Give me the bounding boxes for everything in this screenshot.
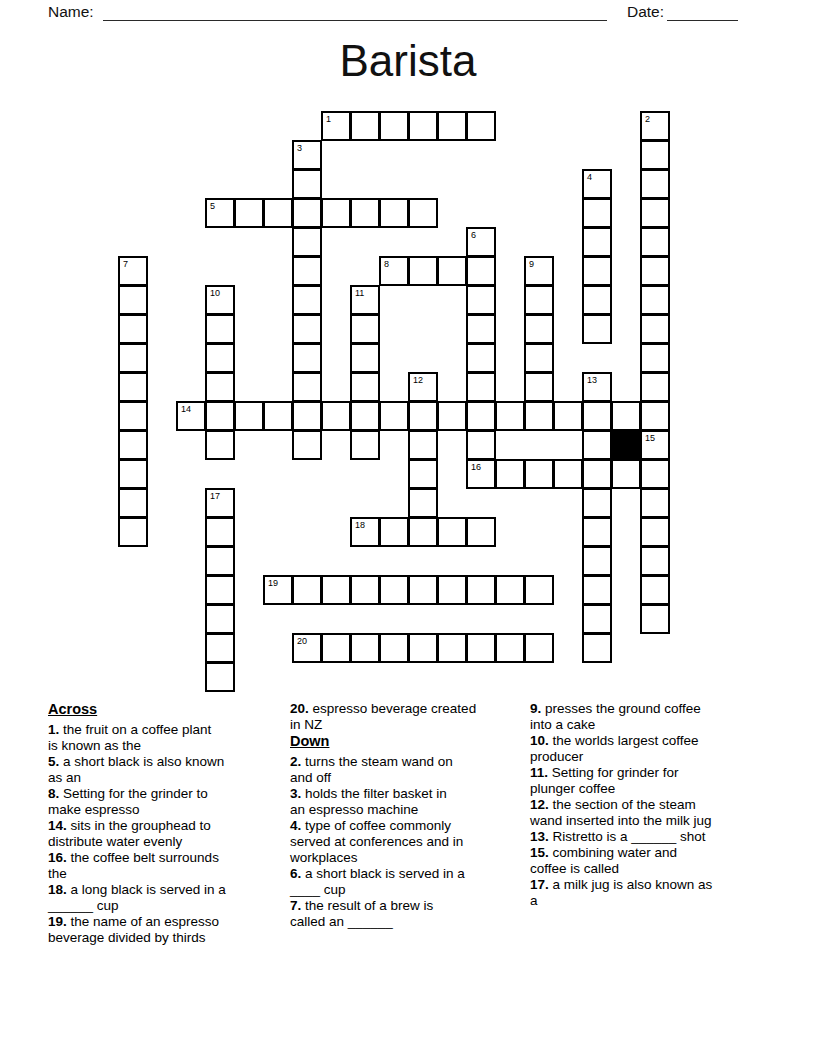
clue-text: Ristretto is a ______ shot xyxy=(549,829,706,844)
cell-r12c12[interactable]: 16 xyxy=(466,459,496,489)
clue-text: Setting for the grinder to make espresso xyxy=(48,786,208,817)
clue-text: the coffee belt surrounds the xyxy=(48,850,219,881)
clue-text: the name of an espresso beverage divided… xyxy=(48,914,219,945)
cell-number-10: 10 xyxy=(210,288,220,298)
cell-r18c12[interactable] xyxy=(466,633,496,663)
cell-r10c15[interactable] xyxy=(553,401,583,431)
cell-number-8: 8 xyxy=(384,259,389,269)
cell-number-3: 3 xyxy=(297,143,302,153)
cell-r12c17[interactable] xyxy=(611,459,641,489)
cell-r10c18[interactable] xyxy=(640,401,670,431)
cell-r14c10[interactable] xyxy=(408,517,438,547)
cell-r18c9[interactable] xyxy=(379,633,409,663)
cell-r3c3[interactable]: 5 xyxy=(205,198,235,228)
cell-r10c10[interactable] xyxy=(408,401,438,431)
across-heading: Across xyxy=(48,701,286,717)
cell-r5c10[interactable] xyxy=(408,256,438,286)
cell-number-13: 13 xyxy=(587,375,597,385)
cell-r18c11[interactable] xyxy=(437,633,467,663)
clue-text: a short black is also known as an xyxy=(48,754,224,785)
cell-number-15: 15 xyxy=(645,433,655,443)
cell-r11c6[interactable] xyxy=(292,430,322,460)
clue-number: 6. xyxy=(290,866,301,881)
clues-column-2: 20. espresso beverage created in NZDown2… xyxy=(290,701,528,930)
cell-r11c18[interactable]: 15 xyxy=(640,430,670,460)
cell-r14c3[interactable] xyxy=(205,517,235,547)
cell-r18c16[interactable] xyxy=(582,633,612,663)
cell-r9c0[interactable] xyxy=(118,372,148,402)
cell-r10c0[interactable] xyxy=(118,401,148,431)
clue-text: a milk jug is also known as a xyxy=(530,877,712,908)
cell-r0c8[interactable] xyxy=(350,111,380,141)
clues-column-3: 9. presses the ground coffee into a cake… xyxy=(530,701,768,909)
clue-down-11: 11. Setting for grinder for plunger coff… xyxy=(530,765,768,797)
cell-r12c0[interactable] xyxy=(118,459,148,489)
clue-down-17: 17. a milk jug is also known as a xyxy=(530,877,768,909)
cell-r10c8[interactable] xyxy=(350,401,380,431)
cell-number-16: 16 xyxy=(471,462,481,472)
cell-r14c0[interactable] xyxy=(118,517,148,547)
cell-number-14: 14 xyxy=(181,404,191,414)
cell-number-9: 9 xyxy=(529,259,534,269)
cell-r5c6[interactable] xyxy=(292,256,322,286)
crossword-worksheet: { "game": "crossword", "title": "Barista… xyxy=(0,0,816,1056)
cell-r2c18[interactable] xyxy=(640,169,670,199)
cell-r10c13[interactable] xyxy=(495,401,525,431)
date-blank-line[interactable] xyxy=(667,20,738,21)
cell-r4c12[interactable]: 6 xyxy=(466,227,496,257)
cell-r5c0[interactable]: 7 xyxy=(118,256,148,286)
clue-number: 11. xyxy=(530,765,548,780)
cell-r16c5[interactable]: 19 xyxy=(263,575,293,605)
clue-number: 7. xyxy=(290,898,301,913)
clue-text: turns the steam wand on and off xyxy=(290,754,453,785)
clue-number: 10. xyxy=(530,733,549,748)
clue-number: 8. xyxy=(48,786,59,801)
cell-r13c3[interactable]: 17 xyxy=(205,488,235,518)
cell-r7c16[interactable] xyxy=(582,314,612,344)
clue-text: type of coffee commonly served at confer… xyxy=(290,818,463,865)
cell-r10c16[interactable] xyxy=(582,401,612,431)
cell-r4c18[interactable] xyxy=(640,227,670,257)
cell-r3c10[interactable] xyxy=(408,198,438,228)
cell-r12c18[interactable] xyxy=(640,459,670,489)
cell-r15c16[interactable] xyxy=(582,546,612,576)
cell-r0c7[interactable]: 1 xyxy=(321,111,351,141)
cell-r13c0[interactable] xyxy=(118,488,148,518)
cell-r8c12[interactable] xyxy=(466,343,496,373)
date-label: Date: xyxy=(627,3,664,21)
cell-r11c3[interactable] xyxy=(205,430,235,460)
cell-r9c14[interactable] xyxy=(524,372,554,402)
cell-r14c16[interactable] xyxy=(582,517,612,547)
cell-number-6: 6 xyxy=(471,230,476,240)
cell-r13c18[interactable] xyxy=(640,488,670,518)
cell-r18c13[interactable] xyxy=(495,633,525,663)
cell-r1c6[interactable]: 3 xyxy=(292,140,322,170)
cell-r18c7[interactable] xyxy=(321,633,351,663)
cell-number-17: 17 xyxy=(210,491,220,501)
cell-r11c12[interactable] xyxy=(466,430,496,460)
cell-r2c16[interactable]: 4 xyxy=(582,169,612,199)
cell-r10c6[interactable] xyxy=(292,401,322,431)
clue-text: the fruit on a coffee plant is known as … xyxy=(48,722,211,753)
cell-r7c0[interactable] xyxy=(118,314,148,344)
cell-r0c12[interactable] xyxy=(466,111,496,141)
clue-down-6: 6. a short black is served in a ____ cup xyxy=(290,866,528,898)
clue-down-10: 10. the worlds largest coffee producer xyxy=(530,733,768,765)
clue-down-2: 2. turns the steam wand on and off xyxy=(290,754,528,786)
cell-r10c7[interactable] xyxy=(321,401,351,431)
clue-across-1: 1. the fruit on a coffee plant is known … xyxy=(48,722,286,754)
cell-r6c12[interactable] xyxy=(466,285,496,315)
cell-r5c9[interactable]: 8 xyxy=(379,256,409,286)
clue-across-5: 5. a short black is also known as an xyxy=(48,754,286,786)
cell-r2c6[interactable] xyxy=(292,169,322,199)
cell-r18c8[interactable] xyxy=(350,633,380,663)
cell-r6c3[interactable]: 10 xyxy=(205,285,235,315)
clue-text: the section of the steam wand inserted i… xyxy=(530,797,712,828)
cell-r9c10[interactable]: 12 xyxy=(408,372,438,402)
clue-text: a long black is served in a ______ cup xyxy=(48,882,226,913)
name-blank-line[interactable] xyxy=(103,20,607,21)
cell-number-2: 2 xyxy=(645,114,650,124)
cell-number-20: 20 xyxy=(297,636,307,646)
clue-number: 15. xyxy=(530,845,549,860)
cell-r7c3[interactable] xyxy=(205,314,235,344)
cell-r10c11[interactable] xyxy=(437,401,467,431)
cell-r10c3[interactable] xyxy=(205,401,235,431)
cell-r7c14[interactable] xyxy=(524,314,554,344)
cell-r7c12[interactable] xyxy=(466,314,496,344)
cell-r0c11[interactable] xyxy=(437,111,467,141)
cell-r8c18[interactable] xyxy=(640,343,670,373)
clue-text: combining water and coffee is called xyxy=(530,845,677,876)
cell-r11c16[interactable] xyxy=(582,430,612,460)
cell-number-11: 11 xyxy=(355,288,364,298)
cell-r19c3[interactable] xyxy=(205,662,235,692)
cell-number-19: 19 xyxy=(268,578,278,588)
cell-r12c10[interactable] xyxy=(408,459,438,489)
cell-r7c6[interactable] xyxy=(292,314,322,344)
cell-r16c16[interactable] xyxy=(582,575,612,605)
cell-r3c8[interactable] xyxy=(350,198,380,228)
clue-down-13: 13. Ristretto is a ______ shot xyxy=(530,829,768,845)
cell-r8c6[interactable] xyxy=(292,343,322,373)
cell-r8c14[interactable] xyxy=(524,343,554,373)
clue-text: Setting for grinder for plunger coffee xyxy=(530,765,679,796)
cell-r9c18[interactable] xyxy=(640,372,670,402)
cell-r4c6[interactable] xyxy=(292,227,322,257)
cell-r16c14[interactable] xyxy=(524,575,554,605)
cell-r3c16[interactable] xyxy=(582,198,612,228)
clue-down-15: 15. combining water and coffee is called xyxy=(530,845,768,877)
cell-r6c6[interactable] xyxy=(292,285,322,315)
cell-r5c14[interactable]: 9 xyxy=(524,256,554,286)
clue-text: the result of a brew is called an ______ xyxy=(290,898,433,929)
cell-r18c14[interactable] xyxy=(524,633,554,663)
cell-r17c18[interactable] xyxy=(640,604,670,634)
clue-down-4: 4. type of coffee commonly served at con… xyxy=(290,818,528,866)
cell-r6c8[interactable]: 11 xyxy=(350,285,380,315)
clue-down-9: 9. presses the ground coffee into a cake xyxy=(530,701,768,733)
cell-r18c6[interactable]: 20 xyxy=(292,633,322,663)
cell-r10c4[interactable] xyxy=(234,401,264,431)
puzzle-title: Barista xyxy=(0,36,816,86)
clue-number: 9. xyxy=(530,701,541,716)
cell-r10c12[interactable] xyxy=(466,401,496,431)
cell-r3c18[interactable] xyxy=(640,198,670,228)
cell-r8c3[interactable] xyxy=(205,343,235,373)
cell-number-18: 18 xyxy=(355,520,365,530)
cell-r0c18[interactable]: 2 xyxy=(640,111,670,141)
cell-r14c9[interactable] xyxy=(379,517,409,547)
clues-column-1: Across1. the fruit on a coffee plant is … xyxy=(48,701,286,946)
cell-r12c14[interactable] xyxy=(524,459,554,489)
cell-r18c10[interactable] xyxy=(408,633,438,663)
cell-r8c8[interactable] xyxy=(350,343,380,373)
clue-text: espresso beverage created in NZ xyxy=(290,701,476,732)
cell-r5c12[interactable] xyxy=(466,256,496,286)
cell-r3c6[interactable] xyxy=(292,198,322,228)
clue-number: 18. xyxy=(48,882,67,897)
cell-r3c4[interactable] xyxy=(234,198,264,228)
cell-r9c12[interactable] xyxy=(466,372,496,402)
cell-r6c14[interactable] xyxy=(524,285,554,315)
cell-r0c10[interactable] xyxy=(408,111,438,141)
cell-r3c5[interactable] xyxy=(263,198,293,228)
clue-across-20: 20. espresso beverage created in NZ xyxy=(290,701,528,733)
cell-r16c7[interactable] xyxy=(321,575,351,605)
clue-text: the worlds largest coffee producer xyxy=(530,733,699,764)
clue-number: 12. xyxy=(530,797,549,812)
cell-r10c5[interactable] xyxy=(263,401,293,431)
cell-r12c13[interactable] xyxy=(495,459,525,489)
cell-r11c0[interactable] xyxy=(118,430,148,460)
cell-r17c3[interactable] xyxy=(205,604,235,634)
cell-r10c14[interactable] xyxy=(524,401,554,431)
clue-number: 3. xyxy=(290,786,301,801)
cell-number-4: 4 xyxy=(587,172,592,182)
cell-number-12: 12 xyxy=(413,375,423,385)
cell-r10c2[interactable]: 14 xyxy=(176,401,206,431)
clue-across-8: 8. Setting for the grinder to make espre… xyxy=(48,786,286,818)
crossword-grid: 1234567891011121314151617181920 xyxy=(118,111,671,693)
cell-r5c11[interactable] xyxy=(437,256,467,286)
cell-r12c16[interactable] xyxy=(582,459,612,489)
clue-number: 4. xyxy=(290,818,301,833)
cell-r8c0[interactable] xyxy=(118,343,148,373)
cell-r11c10[interactable] xyxy=(408,430,438,460)
cell-r7c8[interactable] xyxy=(350,314,380,344)
cell-number-1: 1 xyxy=(326,114,331,124)
clue-down-3: 3. holds the filter basket in an espress… xyxy=(290,786,528,818)
cell-r1c18[interactable] xyxy=(640,140,670,170)
clue-number: 13. xyxy=(530,829,549,844)
cell-r13c10[interactable] xyxy=(408,488,438,518)
clue-text: holds the filter basket in an espresso m… xyxy=(290,786,447,817)
cell-r16c11[interactable] xyxy=(437,575,467,605)
clue-number: 5. xyxy=(48,754,59,769)
cell-r14c8[interactable]: 18 xyxy=(350,517,380,547)
cell-r6c0[interactable] xyxy=(118,285,148,315)
name-label: Name: xyxy=(48,3,94,21)
cell-number-7: 7 xyxy=(123,259,128,269)
clue-number: 1. xyxy=(48,722,59,737)
clue-number: 17. xyxy=(530,877,549,892)
cell-r12c15[interactable] xyxy=(553,459,583,489)
cell-r3c9[interactable] xyxy=(379,198,409,228)
cell-r0c9[interactable] xyxy=(379,111,409,141)
cell-r17c16[interactable] xyxy=(582,604,612,634)
cell-r14c11[interactable] xyxy=(437,517,467,547)
clue-across-19: 19. the name of an espresso beverage div… xyxy=(48,914,286,946)
clue-text: sits in the grouphead to distribute wate… xyxy=(48,818,211,849)
cell-r16c13[interactable] xyxy=(495,575,525,605)
clue-down-7: 7. the result of a brew is called an ___… xyxy=(290,898,528,930)
cell-r16c3[interactable] xyxy=(205,575,235,605)
clue-across-16: 16. the coffee belt surrounds the xyxy=(48,850,286,882)
clue-number: 14. xyxy=(48,818,67,833)
clue-number: 2. xyxy=(290,754,301,769)
cell-r7c18[interactable] xyxy=(640,314,670,344)
clue-text: a short black is served in a ____ cup xyxy=(290,866,465,897)
cell-r5c16[interactable] xyxy=(582,256,612,286)
cell-r15c18[interactable] xyxy=(640,546,670,576)
cell-r5c18[interactable] xyxy=(640,256,670,286)
cell-r16c18[interactable] xyxy=(640,575,670,605)
cell-r6c18[interactable] xyxy=(640,285,670,315)
cell-r9c6[interactable] xyxy=(292,372,322,402)
clue-across-14: 14. sits in the grouphead to distribute … xyxy=(48,818,286,850)
cell-r9c16[interactable]: 13 xyxy=(582,372,612,402)
cell-r16c9[interactable] xyxy=(379,575,409,605)
cell-r9c8[interactable] xyxy=(350,372,380,402)
cell-r9c3[interactable] xyxy=(205,372,235,402)
clue-down-12: 12. the section of the steam wand insert… xyxy=(530,797,768,829)
cell-r18c3[interactable] xyxy=(205,633,235,663)
clue-number: 20. xyxy=(290,701,309,716)
cell-r14c12[interactable] xyxy=(466,517,496,547)
cell-r15c3[interactable] xyxy=(205,546,235,576)
cell-r10c9[interactable] xyxy=(379,401,409,431)
clue-text: presses the ground coffee into a cake xyxy=(530,701,701,732)
cell-r4c16[interactable] xyxy=(582,227,612,257)
cell-r16c10[interactable] xyxy=(408,575,438,605)
cell-r6c16[interactable] xyxy=(582,285,612,315)
down-heading: Down xyxy=(290,733,528,749)
cell-r10c17[interactable] xyxy=(611,401,641,431)
cell-r14c18[interactable] xyxy=(640,517,670,547)
cell-r3c7[interactable] xyxy=(321,198,351,228)
cell-number-5: 5 xyxy=(210,201,215,211)
clue-number: 16. xyxy=(48,850,67,865)
clue-number: 19. xyxy=(48,914,67,929)
clue-across-18: 18. a long black is served in a ______ c… xyxy=(48,882,286,914)
cell-r16c8[interactable] xyxy=(350,575,380,605)
cell-r16c12[interactable] xyxy=(466,575,496,605)
cell-r16c6[interactable] xyxy=(292,575,322,605)
cell-r13c16[interactable] xyxy=(582,488,612,518)
cell-r11c8[interactable] xyxy=(350,430,380,460)
black-cell xyxy=(611,430,641,460)
